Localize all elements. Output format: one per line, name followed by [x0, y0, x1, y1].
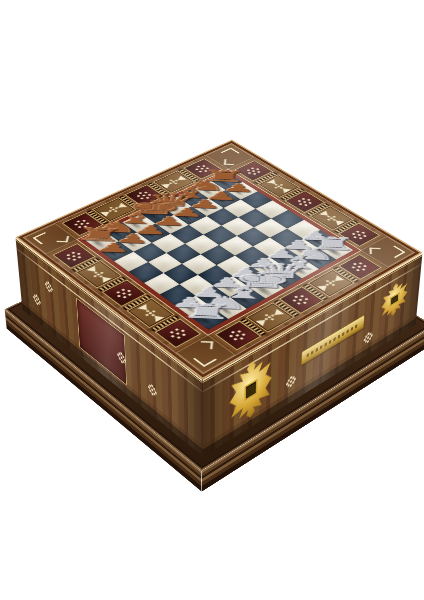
square-h4 — [144, 273, 179, 294]
piece-shadow — [219, 283, 236, 294]
corner-l-inlay — [221, 148, 240, 158]
piece-shadow — [234, 293, 255, 307]
inlay-separator — [334, 267, 359, 283]
square-h1 — [192, 307, 228, 330]
square-e1 — [249, 277, 284, 298]
square-g1 — [211, 297, 247, 319]
piece-shadow — [249, 281, 276, 298]
square-g4 — [163, 264, 198, 285]
triangle-inlay-panel — [75, 260, 121, 288]
corner-chevron-inlay — [200, 341, 213, 349]
inlay-separator — [71, 257, 99, 271]
corner-l-inlay — [384, 246, 405, 258]
brass-plaque — [301, 314, 365, 365]
square-g3 — [179, 274, 214, 295]
corner-chevron-inlay — [224, 159, 235, 165]
piece-shadow — [200, 293, 217, 304]
rosette-inlay-panel — [102, 280, 147, 307]
ivory-inlay-cluster — [290, 380, 292, 384]
piece-shadow — [215, 303, 235, 316]
brass-clasp-side — [380, 276, 409, 323]
rosette-inlay-panel — [155, 319, 201, 348]
ivory-inlay-cluster — [48, 285, 50, 289]
triangle-inlay-panel — [246, 302, 295, 332]
inlay-separator — [303, 284, 329, 300]
square-f5 — [167, 244, 201, 264]
square-h2 — [176, 296, 212, 318]
rosette-inlay-panel — [215, 321, 261, 350]
ivory-inlay-cluster — [367, 336, 369, 340]
ivory-inlay-cluster — [151, 388, 153, 392]
piece-shadow — [104, 248, 120, 258]
square-h3 — [160, 284, 195, 306]
rosette-inlay-panel — [279, 286, 324, 313]
product-photo: ♜♞♝♛♚♝♞♜♟♟♟♟♟♟♟♟♟♟♟♟♟♟♟♟♜♞♝♛♚♝♞♜ — [0, 0, 424, 600]
piece-shadow — [238, 273, 255, 283]
piece-shadow — [194, 313, 218, 329]
corner-l-inlay — [193, 352, 217, 367]
chess-box: ♜♞♝♛♚♝♞♜♟♟♟♟♟♟♟♟♟♟♟♟♟♟♟♟♜♞♝♛♚♝♞♜ — [16, 140, 423, 380]
triangle-inlay-panel — [308, 269, 355, 297]
inlay-separator — [241, 318, 267, 336]
square-g5 — [148, 253, 182, 273]
square-h5 — [129, 262, 164, 283]
ivory-inlay-cluster — [121, 356, 123, 360]
square-h6 — [114, 252, 148, 272]
square-g2 — [195, 286, 230, 308]
piece-shadow — [181, 303, 198, 314]
inlay-separator — [274, 300, 300, 317]
square-f1 — [230, 287, 265, 309]
square-f2 — [214, 276, 249, 297]
inlay-separator — [122, 295, 151, 310]
inlay-separator — [98, 277, 126, 292]
chess-scene: ♜♞♝♛♚♝♞♜♟♟♟♟♟♟♟♟♟♟♟♟♟♟♟♟♜♞♝♛♚♝♞♜ — [0, 0, 424, 600]
corner-l-inlay — [32, 232, 53, 244]
rosette-inlay-panel — [338, 254, 381, 280]
ivory-inlay-cluster — [36, 298, 38, 302]
inlay-separator — [150, 315, 179, 331]
triangle-inlay-panel — [126, 298, 174, 328]
